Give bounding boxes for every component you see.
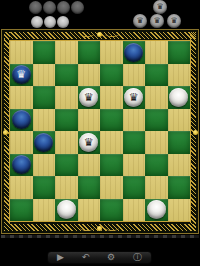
undo-button[interactable]: ↶ <box>82 253 90 262</box>
board-square[interactable] <box>123 199 146 222</box>
board-square[interactable] <box>33 109 56 132</box>
blue-man[interactable] <box>34 133 53 152</box>
white-man[interactable] <box>147 200 166 219</box>
board-square[interactable] <box>33 41 56 64</box>
board-square[interactable] <box>145 86 168 109</box>
board-square[interactable] <box>10 131 33 154</box>
info-icon: ⓘ <box>133 252 142 262</box>
play-icon: ▶ <box>57 252 64 262</box>
board-square[interactable] <box>168 86 191 109</box>
board-square[interactable] <box>55 64 78 87</box>
board-square[interactable] <box>145 176 168 199</box>
board-ornament-top-right-swirl <box>105 31 119 37</box>
board-square[interactable] <box>100 131 123 154</box>
board-square[interactable]: ♛ <box>10 64 33 87</box>
board-square[interactable] <box>100 199 123 222</box>
board-square[interactable]: ♛ <box>123 86 146 109</box>
board-ornament-top-dot <box>97 32 102 37</box>
board-square[interactable] <box>55 199 78 222</box>
white-king[interactable]: ♛ <box>79 133 98 152</box>
board-square[interactable] <box>33 86 56 109</box>
captured-piece: ♛ <box>150 14 164 28</box>
board-square[interactable] <box>168 109 191 132</box>
board-square[interactable] <box>145 154 168 177</box>
board-square[interactable]: ♛ <box>78 86 101 109</box>
white-man[interactable] <box>57 200 76 219</box>
board-square[interactable] <box>168 41 191 64</box>
board-square[interactable] <box>78 154 101 177</box>
board-square[interactable] <box>123 176 146 199</box>
board-square[interactable] <box>78 64 101 87</box>
play-area: ♛♛♛♛ <box>10 41 190 221</box>
board-square[interactable] <box>123 41 146 64</box>
board-square[interactable]: ♛ <box>78 131 101 154</box>
board-square[interactable] <box>78 109 101 132</box>
board-square[interactable] <box>168 199 191 222</box>
board-square[interactable] <box>168 64 191 87</box>
blue-king[interactable]: ♛ <box>12 65 31 84</box>
board-ornament-right-dot <box>193 130 198 135</box>
board-square[interactable] <box>78 176 101 199</box>
board-square[interactable] <box>78 199 101 222</box>
board-square[interactable] <box>10 109 33 132</box>
undo-icon: ↶ <box>82 252 90 262</box>
board-square[interactable] <box>10 86 33 109</box>
board-square[interactable] <box>145 131 168 154</box>
white-king[interactable]: ♛ <box>124 88 143 107</box>
board-square[interactable] <box>100 86 123 109</box>
king-crown-icon: ♛ <box>84 92 94 103</box>
settings-button[interactable]: ⚙ <box>107 253 115 262</box>
captured-piece <box>57 16 69 28</box>
board-square[interactable] <box>10 41 33 64</box>
king-crown-icon: ♛ <box>129 92 139 103</box>
captured-tray-right: ♛♛♛♛ <box>133 0 181 28</box>
tray-row <box>31 16 84 28</box>
board-square[interactable] <box>33 154 56 177</box>
board-square[interactable] <box>55 41 78 64</box>
captured-piece <box>29 1 42 14</box>
board-ornament-left-dot <box>3 130 8 135</box>
blue-man[interactable] <box>12 155 31 174</box>
info-button[interactable]: ⓘ <box>133 253 142 262</box>
board-square[interactable] <box>123 154 146 177</box>
blue-man[interactable] <box>124 43 143 62</box>
board-square[interactable] <box>10 199 33 222</box>
board-square[interactable] <box>123 64 146 87</box>
settings-icon: ⚙ <box>107 252 115 262</box>
board-ornament-top-left-swirl <box>80 31 94 37</box>
board-square[interactable] <box>100 109 123 132</box>
board-square[interactable] <box>145 109 168 132</box>
captured-piece <box>71 1 84 14</box>
board-square[interactable] <box>55 176 78 199</box>
board-square[interactable] <box>168 131 191 154</box>
checkers-board: ♛♛♛♛ <box>1 29 199 234</box>
captured-piece <box>43 1 56 14</box>
board-square[interactable] <box>168 154 191 177</box>
tray-row <box>29 1 84 14</box>
captured-piece: ♛ <box>153 0 167 14</box>
captured-piece <box>31 16 43 28</box>
board-square[interactable] <box>55 109 78 132</box>
play-button[interactable]: ▶ <box>57 253 64 262</box>
board-square[interactable] <box>100 64 123 87</box>
board-square[interactable] <box>10 176 33 199</box>
board-square[interactable] <box>33 64 56 87</box>
board-square[interactable] <box>100 154 123 177</box>
app-screen: ♛♛♛♛ ♛♛♛♛ ▶↶⚙ⓘ <box>0 0 200 266</box>
captured-piece <box>57 1 70 14</box>
board-square[interactable] <box>168 176 191 199</box>
board-square[interactable] <box>33 176 56 199</box>
board-square[interactable] <box>78 41 101 64</box>
board-square[interactable] <box>33 199 56 222</box>
captured-piece: ♛ <box>167 14 181 28</box>
board-square[interactable] <box>10 154 33 177</box>
board-ornament-bottom-dot <box>97 226 102 231</box>
king-crown-icon: ♛ <box>84 137 94 148</box>
board-square[interactable] <box>100 41 123 64</box>
white-king[interactable]: ♛ <box>79 88 98 107</box>
board-square[interactable] <box>123 131 146 154</box>
board-square[interactable] <box>55 154 78 177</box>
king-crown-icon: ♛ <box>16 69 26 80</box>
captured-tray-left <box>29 1 84 28</box>
board-ornament-bottom-left-swirl <box>80 225 94 231</box>
board-square[interactable] <box>100 176 123 199</box>
board-square[interactable] <box>55 86 78 109</box>
board-square[interactable] <box>145 199 168 222</box>
board-square[interactable] <box>145 64 168 87</box>
board-square[interactable] <box>123 109 146 132</box>
board-square[interactable] <box>55 131 78 154</box>
board-square[interactable] <box>145 41 168 64</box>
bottom-toolbar: ▶↶⚙ⓘ <box>47 251 152 264</box>
board-square[interactable] <box>33 131 56 154</box>
white-man[interactable] <box>169 88 188 107</box>
board-ornament-bottom-right-swirl <box>105 225 119 231</box>
tray-row: ♛ <box>153 0 181 14</box>
board-bottom-shadow <box>1 235 199 238</box>
blue-man[interactable] <box>12 110 31 129</box>
captured-piece <box>44 16 56 28</box>
captured-piece: ♛ <box>133 14 147 28</box>
tray-row: ♛♛♛ <box>133 14 181 28</box>
